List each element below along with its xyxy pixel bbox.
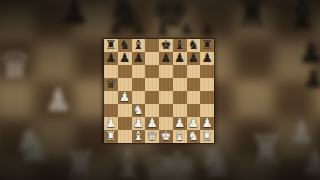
square-b1[interactable] xyxy=(118,130,132,143)
white-rook-a1[interactable]: ♜ xyxy=(105,130,116,143)
square-f4[interactable] xyxy=(173,91,187,104)
square-e3[interactable] xyxy=(159,104,173,117)
square-f6[interactable] xyxy=(173,65,187,78)
blurred-white-king-icon: ♚ xyxy=(158,146,197,180)
square-g5[interactable] xyxy=(187,78,201,91)
white-rook-h1[interactable]: ♜ xyxy=(202,130,213,143)
square-g6[interactable] xyxy=(187,65,201,78)
blurred-black-pawn-icon: ♟ xyxy=(108,20,123,37)
square-c6[interactable] xyxy=(132,65,146,78)
square-d5[interactable] xyxy=(145,78,159,91)
square-d4[interactable] xyxy=(145,91,159,104)
square-d1[interactable]: ♛ xyxy=(145,130,159,143)
square-f1[interactable]: ♝ xyxy=(173,130,187,143)
square-e4[interactable] xyxy=(159,91,173,104)
blurred-black-bishop-icon: ♝ xyxy=(284,0,320,34)
blurred-white-knight-icon: ♞ xyxy=(196,140,235,180)
square-h1[interactable]: ♜ xyxy=(200,130,214,143)
square-e5[interactable] xyxy=(159,78,173,91)
black-pawn-a7[interactable]: ♟ xyxy=(105,52,116,65)
square-b2[interactable] xyxy=(118,117,132,130)
square-a1[interactable]: ♜ xyxy=(104,130,118,143)
black-pawn-e7[interactable]: ♟ xyxy=(160,52,171,65)
square-h5[interactable] xyxy=(200,78,214,91)
white-bishop-f1[interactable]: ♝ xyxy=(174,130,185,143)
square-b4[interactable]: ♟ xyxy=(118,91,132,104)
black-queen-a5[interactable]: ♛ xyxy=(105,78,116,91)
black-pawn-f7[interactable]: ♟ xyxy=(174,52,185,65)
blurred-black-pawn-icon: ♟ xyxy=(200,21,215,38)
square-c1[interactable]: ♝ xyxy=(132,130,146,143)
blurred-black-pawn-icon: ♟ xyxy=(131,20,146,37)
white-queen-d1[interactable]: ♛ xyxy=(147,130,158,143)
blurred-white-pawn-icon: ♟ xyxy=(44,84,73,116)
white-pawn-b4[interactable]: ♟ xyxy=(119,91,130,104)
square-b6[interactable] xyxy=(118,65,132,78)
square-e6[interactable] xyxy=(159,65,173,78)
square-g4[interactable] xyxy=(187,91,201,104)
black-pawn-h7[interactable]: ♟ xyxy=(202,52,213,65)
square-e1[interactable]: ♚ xyxy=(159,130,173,143)
blurred-white-rook-icon: ♜ xyxy=(62,146,98,180)
square-h4[interactable] xyxy=(200,91,214,104)
black-pawn-g7[interactable]: ♟ xyxy=(188,52,199,65)
square-f7[interactable]: ♟ xyxy=(173,52,187,65)
square-a7[interactable]: ♟ xyxy=(104,52,118,65)
square-a4[interactable] xyxy=(104,91,118,104)
square-h6[interactable] xyxy=(200,65,214,78)
square-b3[interactable] xyxy=(118,104,132,117)
white-knight-g1[interactable]: ♞ xyxy=(188,130,199,143)
square-e7[interactable]: ♟ xyxy=(159,52,173,65)
blurred-black-rook-icon: ♜ xyxy=(234,0,270,32)
square-h7[interactable]: ♟ xyxy=(200,52,214,65)
black-pawn-b7[interactable]: ♟ xyxy=(119,52,130,65)
square-d8[interactable] xyxy=(145,39,159,52)
black-pawn-c7[interactable]: ♟ xyxy=(133,52,144,65)
blurred-black-pawn-icon: ♟ xyxy=(302,66,320,92)
video-frame: ♟♞♚♟♟♟♟♟♜♝♟♟♛♟♞♜♝♛♚♞♜♟♟ ♜♞♝♚♝♞♜♟♟♟♟♟♟♟♛♟… xyxy=(0,0,320,180)
blurred-white-knight-icon: ♞ xyxy=(12,122,53,168)
chess-board: ♜♞♝♚♝♞♜♟♟♟♟♟♟♟♛♟♞♟♟♟♟♟♟♜♝♛♚♝♞♜ xyxy=(104,39,214,143)
square-c7[interactable]: ♟ xyxy=(132,52,146,65)
blurred-white-queen-icon: ♛ xyxy=(0,46,32,84)
blurred-black-pawn-icon: ♟ xyxy=(179,20,194,37)
square-d6[interactable] xyxy=(145,65,159,78)
square-d7[interactable] xyxy=(145,52,159,65)
blurred-black-pawn-icon: ♟ xyxy=(58,0,90,30)
white-bishop-c1[interactable]: ♝ xyxy=(133,130,144,143)
square-a5[interactable]: ♛ xyxy=(104,78,118,91)
square-g7[interactable]: ♟ xyxy=(187,52,201,65)
square-c5[interactable] xyxy=(132,78,146,91)
square-g1[interactable]: ♞ xyxy=(187,130,201,143)
square-b7[interactable]: ♟ xyxy=(118,52,132,65)
white-king-e1[interactable]: ♚ xyxy=(160,130,171,143)
blurred-white-rook-icon: ♜ xyxy=(248,130,286,172)
square-f5[interactable] xyxy=(173,78,187,91)
blurred-white-pawn-icon: ♟ xyxy=(300,146,320,180)
blurred-black-pawn-icon: ♟ xyxy=(155,21,170,38)
